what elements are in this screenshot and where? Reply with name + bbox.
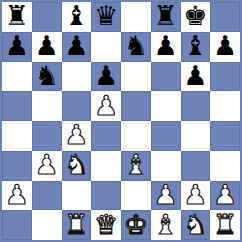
white-pawn-piece: ♟ bbox=[5, 181, 29, 208]
square-d2[interactable] bbox=[91, 181, 121, 211]
square-b4[interactable] bbox=[32, 121, 62, 151]
black-pawn-piece: ♟ bbox=[64, 32, 88, 59]
square-g4[interactable] bbox=[181, 121, 211, 151]
white-bishop-piece: ♝ bbox=[124, 151, 148, 178]
white-knight-piece: ♞ bbox=[183, 211, 207, 238]
black-bishop-piece: ♝ bbox=[64, 2, 88, 29]
chess-board: ♜♝♛♜♚♟♟♟♞♟♝♟♞♟♟♟♟♟♞♝♟♟♟♟♜♛♚♝♞♜ bbox=[0, 0, 242, 242]
black-rook-piece: ♜ bbox=[154, 2, 178, 29]
black-queen-piece: ♛ bbox=[94, 2, 118, 29]
square-g8[interactable]: ♚ bbox=[181, 2, 211, 32]
square-b3[interactable]: ♟ bbox=[32, 151, 62, 181]
square-d4[interactable] bbox=[91, 121, 121, 151]
square-d5[interactable]: ♟ bbox=[91, 91, 121, 121]
square-c8[interactable]: ♝ bbox=[62, 2, 92, 32]
square-g3[interactable] bbox=[181, 151, 211, 181]
square-b6[interactable]: ♞ bbox=[32, 62, 62, 92]
white-king-piece: ♚ bbox=[124, 211, 148, 238]
square-b8[interactable] bbox=[32, 2, 62, 32]
square-a6[interactable] bbox=[2, 62, 32, 92]
square-c1[interactable]: ♜ bbox=[62, 210, 92, 240]
square-a8[interactable]: ♜ bbox=[2, 2, 32, 32]
square-e1[interactable]: ♚ bbox=[121, 210, 151, 240]
square-g5[interactable] bbox=[181, 91, 211, 121]
square-e4[interactable] bbox=[121, 121, 151, 151]
white-pawn-piece: ♟ bbox=[94, 92, 118, 119]
square-f2[interactable]: ♟ bbox=[151, 181, 181, 211]
square-e8[interactable] bbox=[121, 2, 151, 32]
square-a3[interactable] bbox=[2, 151, 32, 181]
square-d3[interactable] bbox=[91, 151, 121, 181]
black-knight-piece: ♞ bbox=[35, 62, 59, 89]
square-g6[interactable]: ♟ bbox=[181, 62, 211, 92]
square-a4[interactable] bbox=[2, 121, 32, 151]
square-b5[interactable] bbox=[32, 91, 62, 121]
square-a5[interactable] bbox=[2, 91, 32, 121]
square-h5[interactable] bbox=[210, 91, 240, 121]
square-c2[interactable] bbox=[62, 181, 92, 211]
square-a7[interactable]: ♟ bbox=[2, 32, 32, 62]
white-pawn-piece: ♟ bbox=[213, 181, 237, 208]
square-e3[interactable]: ♝ bbox=[121, 151, 151, 181]
square-d8[interactable]: ♛ bbox=[91, 2, 121, 32]
square-e6[interactable] bbox=[121, 62, 151, 92]
square-f6[interactable] bbox=[151, 62, 181, 92]
black-pawn-piece: ♟ bbox=[183, 62, 207, 89]
square-f3[interactable] bbox=[151, 151, 181, 181]
square-b7[interactable]: ♟ bbox=[32, 32, 62, 62]
black-king-piece: ♚ bbox=[183, 2, 207, 29]
black-pawn-piece: ♟ bbox=[35, 32, 59, 59]
black-pawn-piece: ♟ bbox=[213, 32, 237, 59]
square-d1[interactable]: ♛ bbox=[91, 210, 121, 240]
square-g1[interactable]: ♞ bbox=[181, 210, 211, 240]
white-rook-piece: ♜ bbox=[64, 211, 88, 238]
white-pawn-piece: ♟ bbox=[154, 181, 178, 208]
white-rook-piece: ♜ bbox=[213, 211, 237, 238]
square-h4[interactable] bbox=[210, 121, 240, 151]
square-e7[interactable]: ♞ bbox=[121, 32, 151, 62]
square-b2[interactable] bbox=[32, 181, 62, 211]
square-f5[interactable] bbox=[151, 91, 181, 121]
square-a1[interactable] bbox=[2, 210, 32, 240]
square-a2[interactable]: ♟ bbox=[2, 181, 32, 211]
square-c6[interactable] bbox=[62, 62, 92, 92]
square-f8[interactable]: ♜ bbox=[151, 2, 181, 32]
white-bishop-piece: ♝ bbox=[154, 211, 178, 238]
square-c7[interactable]: ♟ bbox=[62, 32, 92, 62]
white-pawn-piece: ♟ bbox=[35, 151, 59, 178]
square-d7[interactable] bbox=[91, 32, 121, 62]
black-pawn-piece: ♟ bbox=[94, 62, 118, 89]
square-f7[interactable]: ♟ bbox=[151, 32, 181, 62]
square-c5[interactable] bbox=[62, 91, 92, 121]
square-h6[interactable] bbox=[210, 62, 240, 92]
square-c4[interactable]: ♟ bbox=[62, 121, 92, 151]
square-g7[interactable]: ♝ bbox=[181, 32, 211, 62]
black-pawn-piece: ♟ bbox=[5, 32, 29, 59]
white-pawn-piece: ♟ bbox=[183, 181, 207, 208]
black-rook-piece: ♜ bbox=[5, 2, 29, 29]
square-h8[interactable] bbox=[210, 2, 240, 32]
square-f1[interactable]: ♝ bbox=[151, 210, 181, 240]
white-queen-piece: ♛ bbox=[94, 211, 118, 238]
black-knight-piece: ♞ bbox=[124, 32, 148, 59]
square-h2[interactable]: ♟ bbox=[210, 181, 240, 211]
square-b1[interactable] bbox=[32, 210, 62, 240]
square-h1[interactable]: ♜ bbox=[210, 210, 240, 240]
square-h3[interactable] bbox=[210, 151, 240, 181]
square-h7[interactable]: ♟ bbox=[210, 32, 240, 62]
square-c3[interactable]: ♞ bbox=[62, 151, 92, 181]
square-g2[interactable]: ♟ bbox=[181, 181, 211, 211]
black-bishop-piece: ♝ bbox=[183, 32, 207, 59]
white-pawn-piece: ♟ bbox=[64, 121, 88, 148]
white-knight-piece: ♞ bbox=[64, 151, 88, 178]
square-e2[interactable] bbox=[121, 181, 151, 211]
square-d6[interactable]: ♟ bbox=[91, 62, 121, 92]
square-e5[interactable] bbox=[121, 91, 151, 121]
square-f4[interactable] bbox=[151, 121, 181, 151]
black-pawn-piece: ♟ bbox=[154, 32, 178, 59]
